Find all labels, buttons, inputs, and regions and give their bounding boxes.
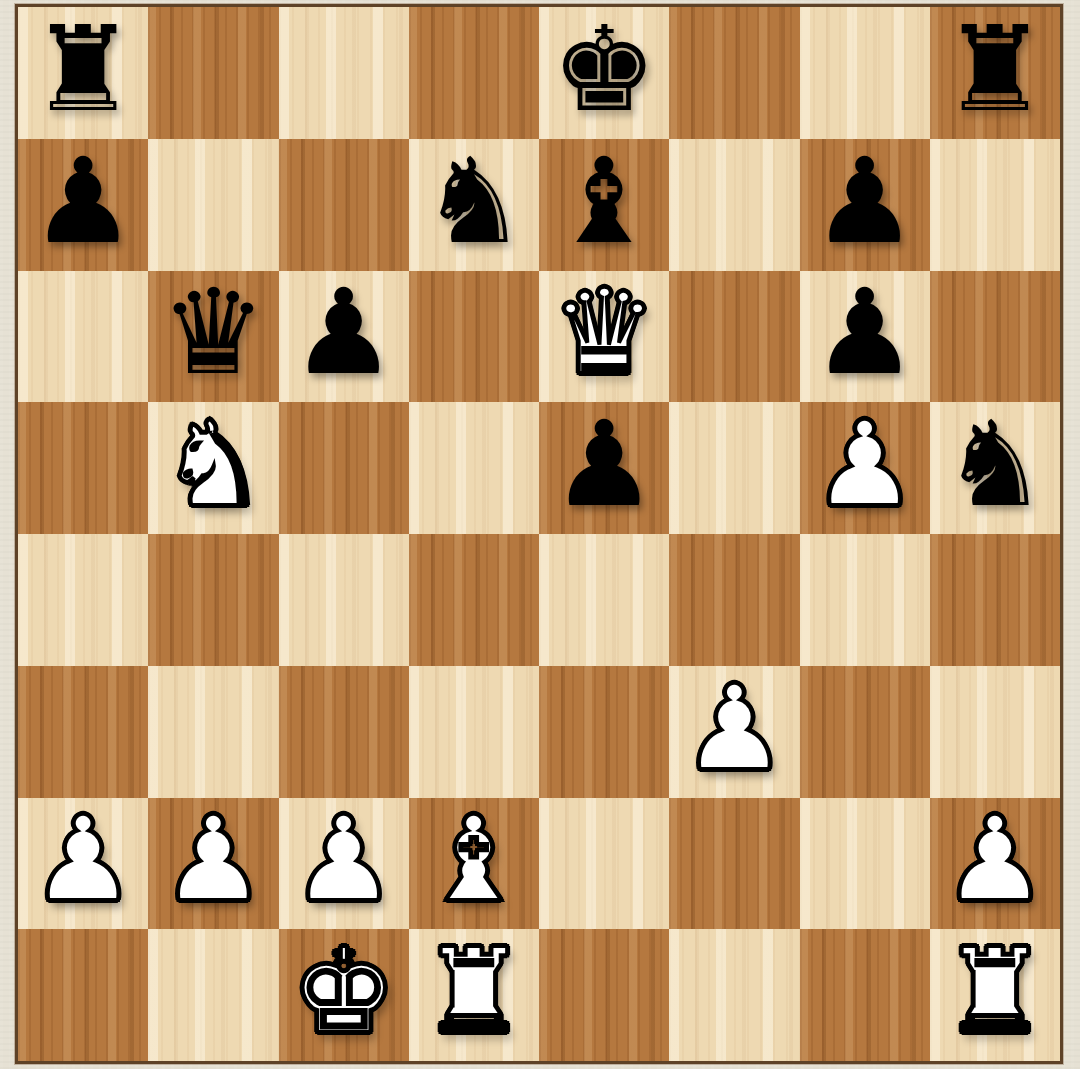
square-b6[interactable]: ♛	[148, 271, 278, 403]
white-pawn-f3[interactable]: ♟	[681, 669, 787, 787]
white-rook-d1[interactable]: ♜	[421, 932, 527, 1050]
square-h4[interactable]	[930, 534, 1060, 666]
square-b2[interactable]: ♟	[148, 798, 278, 930]
square-f8[interactable]	[669, 7, 799, 139]
square-e7[interactable]: ♝	[539, 139, 669, 271]
square-b1[interactable]	[148, 929, 278, 1061]
white-pawn-g5[interactable]: ♟	[812, 405, 918, 523]
square-b8[interactable]	[148, 7, 278, 139]
square-f3[interactable]: ♟	[669, 666, 799, 798]
black-pawn-a7[interactable]: ♟	[30, 142, 136, 260]
square-d2[interactable]: ♝	[409, 798, 539, 930]
white-queen-e6[interactable]: ♛	[551, 273, 657, 391]
square-g4[interactable]	[800, 534, 930, 666]
square-g2[interactable]	[800, 798, 930, 930]
black-bishop-e7[interactable]: ♝	[551, 142, 657, 260]
square-a7[interactable]: ♟	[18, 139, 148, 271]
black-rook-a8[interactable]: ♜	[30, 10, 136, 128]
square-a4[interactable]	[18, 534, 148, 666]
square-c8[interactable]	[279, 7, 409, 139]
square-c6[interactable]: ♟	[279, 271, 409, 403]
square-e3[interactable]	[539, 666, 669, 798]
square-b4[interactable]	[148, 534, 278, 666]
square-h6[interactable]	[930, 271, 1060, 403]
white-knight-b5[interactable]: ♞	[160, 405, 266, 523]
square-d3[interactable]	[409, 666, 539, 798]
square-f4[interactable]	[669, 534, 799, 666]
page-background: ♜♚♜♟♞♝♟♛♟♛♟♞♟♟♞♟♟♟♟♝♟♚♜♜	[0, 0, 1080, 1069]
square-f1[interactable]	[669, 929, 799, 1061]
white-rook-h1[interactable]: ♜	[942, 932, 1048, 1050]
white-pawn-c2[interactable]: ♟	[291, 800, 397, 918]
square-h1[interactable]: ♜	[930, 929, 1060, 1061]
black-king-e8[interactable]: ♚	[551, 10, 657, 128]
white-pawn-h2[interactable]: ♟	[942, 800, 1048, 918]
square-a3[interactable]	[18, 666, 148, 798]
square-g1[interactable]	[800, 929, 930, 1061]
square-b5[interactable]: ♞	[148, 402, 278, 534]
square-e1[interactable]	[539, 929, 669, 1061]
square-c4[interactable]	[279, 534, 409, 666]
square-c3[interactable]	[279, 666, 409, 798]
square-c7[interactable]	[279, 139, 409, 271]
black-pawn-c6[interactable]: ♟	[291, 273, 397, 391]
black-rook-h8[interactable]: ♜	[942, 10, 1048, 128]
square-g3[interactable]	[800, 666, 930, 798]
white-bishop-d2[interactable]: ♝	[421, 800, 527, 918]
square-a8[interactable]: ♜	[18, 7, 148, 139]
square-h7[interactable]	[930, 139, 1060, 271]
square-b3[interactable]	[148, 666, 278, 798]
square-d8[interactable]	[409, 7, 539, 139]
black-pawn-g6[interactable]: ♟	[812, 273, 918, 391]
square-d6[interactable]	[409, 271, 539, 403]
black-queen-b6[interactable]: ♛	[160, 273, 266, 391]
square-g7[interactable]: ♟	[800, 139, 930, 271]
black-pawn-e5[interactable]: ♟	[551, 405, 657, 523]
square-c1[interactable]: ♚	[279, 929, 409, 1061]
square-g5[interactable]: ♟	[800, 402, 930, 534]
square-a6[interactable]	[18, 271, 148, 403]
black-pawn-g7[interactable]: ♟	[812, 142, 918, 260]
square-a2[interactable]: ♟	[18, 798, 148, 930]
square-h2[interactable]: ♟	[930, 798, 1060, 930]
square-h8[interactable]: ♜	[930, 7, 1060, 139]
square-h5[interactable]: ♞	[930, 402, 1060, 534]
square-e8[interactable]: ♚	[539, 7, 669, 139]
square-h3[interactable]	[930, 666, 1060, 798]
square-f7[interactable]	[669, 139, 799, 271]
square-d5[interactable]	[409, 402, 539, 534]
square-c2[interactable]: ♟	[279, 798, 409, 930]
square-g8[interactable]	[800, 7, 930, 139]
square-e4[interactable]	[539, 534, 669, 666]
square-e6[interactable]: ♛	[539, 271, 669, 403]
square-b7[interactable]	[148, 139, 278, 271]
square-f2[interactable]	[669, 798, 799, 930]
square-a1[interactable]	[18, 929, 148, 1061]
square-d7[interactable]: ♞	[409, 139, 539, 271]
black-knight-d7[interactable]: ♞	[421, 142, 527, 260]
square-e2[interactable]	[539, 798, 669, 930]
black-knight-h5[interactable]: ♞	[942, 405, 1048, 523]
chess-board: ♜♚♜♟♞♝♟♛♟♛♟♞♟♟♞♟♟♟♟♝♟♚♜♜	[18, 7, 1060, 1061]
square-f6[interactable]	[669, 271, 799, 403]
square-e5[interactable]: ♟	[539, 402, 669, 534]
square-f5[interactable]	[669, 402, 799, 534]
board-frame: ♜♚♜♟♞♝♟♛♟♛♟♞♟♟♞♟♟♟♟♝♟♚♜♜	[15, 4, 1063, 1064]
square-d4[interactable]	[409, 534, 539, 666]
square-a5[interactable]	[18, 402, 148, 534]
square-c5[interactable]	[279, 402, 409, 534]
white-pawn-b2[interactable]: ♟	[160, 800, 266, 918]
white-king-c1[interactable]: ♚	[291, 932, 397, 1050]
white-pawn-a2[interactable]: ♟	[30, 800, 136, 918]
square-d1[interactable]: ♜	[409, 929, 539, 1061]
square-g6[interactable]: ♟	[800, 271, 930, 403]
